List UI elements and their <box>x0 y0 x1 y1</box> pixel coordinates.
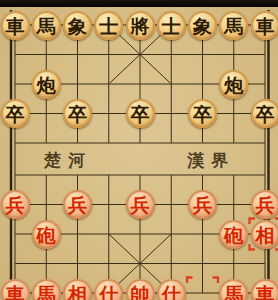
piece-char: 象 <box>68 16 87 35</box>
piece-red[interactable]: 兵 <box>251 190 278 219</box>
piece-char: 炮 <box>224 75 243 94</box>
piece-red[interactable]: 兵 <box>63 190 92 219</box>
piece-red[interactable]: 砲 <box>32 220 61 249</box>
piece-black[interactable]: 士 <box>157 11 186 40</box>
piece-char: 士 <box>162 16 181 35</box>
piece-char: 兵 <box>193 196 212 215</box>
piece-char: 卒 <box>68 105 87 124</box>
piece-char: 馬 <box>224 284 243 300</box>
piece-char: 兵 <box>68 196 87 215</box>
piece-red[interactable]: 馬 <box>32 279 61 300</box>
piece-red[interactable]: 兵 <box>126 190 155 219</box>
piece-black[interactable]: 車 <box>251 11 278 40</box>
piece-char: 車 <box>6 284 25 300</box>
piece-char: 卒 <box>131 105 150 124</box>
piece-red[interactable]: 馬 <box>219 279 248 300</box>
piece-red[interactable]: 兵 <box>1 190 30 219</box>
piece-red[interactable]: 相 <box>251 220 278 249</box>
piece-black[interactable]: 卒 <box>126 99 155 128</box>
piece-char: 帥 <box>131 284 150 300</box>
piece-red[interactable]: 車 <box>251 279 278 300</box>
board-grid[interactable]: 車馬象士將士象馬車炮炮卒卒卒卒卒兵兵兵兵兵砲砲相車馬相仕帥仕馬車 <box>0 10 278 300</box>
piece-char: 仕 <box>99 284 118 300</box>
piece-red[interactable]: 帥 <box>126 279 155 300</box>
piece-red[interactable]: 砲 <box>219 220 248 249</box>
piece-char: 士 <box>99 16 118 35</box>
piece-black[interactable]: 炮 <box>32 70 61 99</box>
piece-black[interactable]: 卒 <box>251 99 278 128</box>
piece-black[interactable]: 卒 <box>188 99 217 128</box>
piece-char: 相 <box>68 284 87 300</box>
piece-char: 馬 <box>224 16 243 35</box>
piece-black[interactable]: 卒 <box>63 99 92 128</box>
piece-red[interactable]: 仕 <box>94 279 123 300</box>
piece-black[interactable]: 馬 <box>32 11 61 40</box>
piece-char: 車 <box>6 16 25 35</box>
piece-black[interactable]: 馬 <box>219 11 248 40</box>
piece-char: 卒 <box>256 105 275 124</box>
piece-black[interactable]: 象 <box>188 11 217 40</box>
piece-red[interactable]: 仕 <box>157 279 186 300</box>
xiangqi-board: 楚河 漢界 車馬象士將士象馬車炮炮卒卒卒卒卒兵兵兵兵兵砲砲相車馬相仕帥仕馬車 <box>0 0 278 300</box>
piece-char: 仕 <box>162 284 181 300</box>
piece-char: 卒 <box>6 105 25 124</box>
piece-char: 兵 <box>256 196 275 215</box>
piece-black[interactable]: 將 <box>126 11 155 40</box>
piece-char: 將 <box>131 16 150 35</box>
piece-red[interactable]: 相 <box>63 279 92 300</box>
piece-char: 兵 <box>6 196 25 215</box>
piece-red[interactable]: 兵 <box>188 190 217 219</box>
piece-black[interactable]: 車 <box>1 11 30 40</box>
piece-char: 相 <box>256 225 275 244</box>
piece-char: 砲 <box>37 225 56 244</box>
piece-black[interactable]: 炮 <box>219 70 248 99</box>
piece-char: 馬 <box>37 16 56 35</box>
piece-char: 兵 <box>131 196 150 215</box>
piece-black[interactable]: 卒 <box>1 99 30 128</box>
piece-black[interactable]: 象 <box>63 11 92 40</box>
piece-char: 卒 <box>193 105 212 124</box>
piece-red[interactable]: 車 <box>1 279 30 300</box>
piece-char: 砲 <box>224 225 243 244</box>
piece-black[interactable]: 士 <box>94 11 123 40</box>
piece-char: 車 <box>256 16 275 35</box>
piece-char: 車 <box>256 284 275 300</box>
piece-char: 馬 <box>37 284 56 300</box>
piece-char: 象 <box>193 16 212 35</box>
piece-char: 炮 <box>37 75 56 94</box>
